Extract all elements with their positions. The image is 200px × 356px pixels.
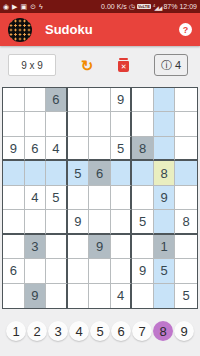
app-logo-icon xyxy=(8,18,32,42)
cell-r9c7[interactable] xyxy=(132,284,154,308)
numpad-key-7[interactable]: 7 xyxy=(132,321,152,341)
cell-r6c3[interactable] xyxy=(46,210,68,234)
cell-r1c7[interactable] xyxy=(132,88,154,112)
cell-r4c6[interactable] xyxy=(111,161,133,185)
cell-r9c8[interactable] xyxy=(154,284,176,308)
numpad-key-1[interactable]: 1 xyxy=(6,321,26,341)
cell-r1c3[interactable]: 6 xyxy=(46,88,68,112)
cell-r8c4[interactable] xyxy=(68,259,90,283)
cell-r1c8[interactable] xyxy=(154,88,176,112)
cell-r2c6[interactable] xyxy=(111,112,133,136)
cell-r5c8[interactable]: 9 xyxy=(154,186,176,210)
cell-r8c7[interactable]: 9 xyxy=(132,259,154,283)
cell-r8c6[interactable] xyxy=(111,259,133,283)
cell-r1c6[interactable]: 9 xyxy=(111,88,133,112)
cell-r6c1[interactable] xyxy=(3,210,25,234)
network-speed: 0.00 K/s xyxy=(101,0,127,13)
cell-r3c4[interactable] xyxy=(68,137,90,161)
cell-r9c9[interactable]: 5 xyxy=(175,284,197,308)
cell-r9c2[interactable]: 9 xyxy=(25,284,47,308)
cell-r5c6[interactable] xyxy=(111,186,133,210)
cell-r6c5[interactable] xyxy=(89,210,111,234)
cell-r9c4[interactable] xyxy=(68,284,90,308)
cell-r2c3[interactable] xyxy=(46,112,68,136)
cell-r5c2[interactable]: 4 xyxy=(25,186,47,210)
cell-r1c9[interactable] xyxy=(175,88,197,112)
help-button[interactable]: ? xyxy=(179,23,192,36)
status-bar: ◉ ▶ ▣ ⊙ ϟ 0.00 K/s ◷ VoLTE 4◢◢ 87% 12:09 xyxy=(0,0,200,13)
cell-r7c6[interactable] xyxy=(111,235,133,259)
cell-r9c5[interactable] xyxy=(89,284,111,308)
cell-r7c3[interactable] xyxy=(46,235,68,259)
cell-r2c5[interactable] xyxy=(89,112,111,136)
cell-r7c7[interactable] xyxy=(132,235,154,259)
cell-r6c7[interactable]: 5 xyxy=(132,210,154,234)
cell-r6c6[interactable] xyxy=(111,210,133,234)
cell-r5c3[interactable]: 5 xyxy=(46,186,68,210)
cell-r3c3[interactable]: 4 xyxy=(46,137,68,161)
cell-r2c4[interactable] xyxy=(68,112,90,136)
hint-count: 4 xyxy=(175,59,181,71)
cell-r2c1[interactable] xyxy=(3,112,25,136)
trash-x-icon: ✕ xyxy=(121,63,127,71)
cell-r4c3[interactable] xyxy=(46,161,68,185)
cell-r5c5[interactable] xyxy=(89,186,111,210)
app-bar: Sudoku ? xyxy=(0,13,200,46)
cell-r7c9[interactable] xyxy=(175,235,197,259)
cell-r3c9[interactable] xyxy=(175,137,197,161)
cell-r3c1[interactable]: 9 xyxy=(3,137,25,161)
cell-r5c7[interactable] xyxy=(132,186,154,210)
numpad-key-5[interactable]: 5 xyxy=(90,321,110,341)
app-notification-icon: ⊙ xyxy=(30,0,36,13)
cell-r7c1[interactable] xyxy=(3,235,25,259)
cell-r6c4[interactable]: 9 xyxy=(68,210,90,234)
cell-r9c3[interactable] xyxy=(46,284,68,308)
volte-badge: VoLTE xyxy=(137,4,151,9)
cell-r5c1[interactable] xyxy=(3,186,25,210)
hint-counter[interactable]: ⓘ 4 xyxy=(154,54,188,76)
refresh-button[interactable]: ↻ xyxy=(81,58,94,73)
cell-r2c2[interactable] xyxy=(25,112,47,136)
signal-triangles: ◢◢ xyxy=(154,5,161,11)
cell-r3c6[interactable]: 5 xyxy=(111,137,133,161)
cell-r4c4[interactable]: 5 xyxy=(68,161,90,185)
power-icon: ϟ xyxy=(39,0,43,13)
toolbar: 9 x 9 ↻ ✕ ⓘ 4 xyxy=(0,46,200,84)
cell-r2c9[interactable] xyxy=(175,112,197,136)
cell-r3c2[interactable]: 6 xyxy=(25,137,47,161)
cell-r1c2[interactable] xyxy=(25,88,47,112)
cell-r7c4[interactable] xyxy=(68,235,90,259)
numpad-key-2[interactable]: 2 xyxy=(27,321,47,341)
cell-r8c2[interactable] xyxy=(25,259,47,283)
info-icon: ⓘ xyxy=(161,58,172,73)
cell-r4c7[interactable] xyxy=(132,161,154,185)
numpad-key-3[interactable]: 3 xyxy=(48,321,68,341)
cell-r7c5[interactable]: 9 xyxy=(89,235,111,259)
cell-r4c8[interactable]: 8 xyxy=(154,161,176,185)
clock-time: 12:09 xyxy=(179,0,197,13)
cell-r9c6[interactable]: 4 xyxy=(111,284,133,308)
photo-icon: ▣ xyxy=(21,0,28,13)
cell-r4c9[interactable] xyxy=(175,161,197,185)
cell-r9c1[interactable] xyxy=(3,284,25,308)
cell-r6c9[interactable]: 8 xyxy=(175,210,197,234)
cell-r8c9[interactable] xyxy=(175,259,197,283)
cell-r3c7[interactable]: 8 xyxy=(132,137,154,161)
numpad-key-8[interactable]: 8 xyxy=(153,321,173,341)
cell-r8c3[interactable] xyxy=(46,259,68,283)
cell-r2c7[interactable] xyxy=(132,112,154,136)
send-icon: ▶ xyxy=(12,0,17,13)
grid-size-selector[interactable]: 9 x 9 xyxy=(8,54,56,76)
cell-r4c5[interactable]: 6 xyxy=(89,161,111,185)
delete-button[interactable]: ✕ xyxy=(118,58,129,72)
cell-r3c5[interactable] xyxy=(89,137,111,161)
cell-r8c8[interactable]: 5 xyxy=(154,259,176,283)
numpad-key-9[interactable]: 9 xyxy=(174,321,194,341)
status-left-icons: ◉ ▶ ▣ ⊙ ϟ xyxy=(3,0,43,13)
cell-r8c5[interactable] xyxy=(89,259,111,283)
numpad-key-6[interactable]: 6 xyxy=(111,321,131,341)
sudoku-board: 6996458568459958391695945 xyxy=(2,87,198,309)
cell-r4c1[interactable] xyxy=(3,161,25,185)
trash-icon: ✕ xyxy=(118,61,129,72)
signal-icon: 4◢◢ xyxy=(153,0,161,15)
cell-r4c2[interactable] xyxy=(25,161,47,185)
alarm-icon: ◷ xyxy=(129,0,135,13)
cell-r7c8[interactable]: 1 xyxy=(154,235,176,259)
cell-r6c2[interactable] xyxy=(25,210,47,234)
cell-r3c8[interactable] xyxy=(154,137,176,161)
cell-r2c8[interactable] xyxy=(154,112,176,136)
cell-r1c5[interactable] xyxy=(89,88,111,112)
numpad-key-4[interactable]: 4 xyxy=(69,321,89,341)
cell-r5c4[interactable] xyxy=(68,186,90,210)
numpad: 123456789 xyxy=(0,321,200,341)
record-icon: ◉ xyxy=(3,0,9,13)
cell-r5c9[interactable] xyxy=(175,186,197,210)
cell-r1c4[interactable] xyxy=(68,88,90,112)
battery-percent: 87% xyxy=(163,0,177,13)
cell-r1c1[interactable] xyxy=(3,88,25,112)
cell-r8c1[interactable]: 6 xyxy=(3,259,25,283)
app-title: Sudoku xyxy=(45,22,179,37)
cell-r7c2[interactable]: 3 xyxy=(25,235,47,259)
status-right: 0.00 K/s ◷ VoLTE 4◢◢ 87% 12:09 xyxy=(101,0,197,15)
cell-r6c8[interactable] xyxy=(154,210,176,234)
trash-lid-icon xyxy=(119,58,128,60)
